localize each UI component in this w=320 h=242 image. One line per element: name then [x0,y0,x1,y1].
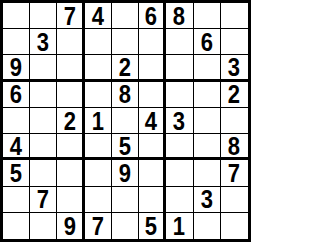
cell-r7c6[interactable] [139,160,166,186]
given-digit: 7 [63,3,75,29]
cell-r8c2[interactable]: 7 [30,187,57,213]
cell-r1c6[interactable]: 6 [139,3,166,29]
cell-r5c7[interactable]: 3 [166,108,193,134]
cell-r5c8[interactable] [194,108,221,134]
cell-r4c1[interactable]: 6 [3,82,30,108]
cell-r8c5[interactable] [112,187,139,213]
cell-r8c9[interactable] [221,187,248,213]
given-digit: 3 [228,55,240,80]
cell-r1c9[interactable] [221,3,248,29]
cell-r6c5[interactable]: 5 [112,134,139,160]
given-digit: 7 [37,187,49,213]
cell-r2c9[interactable] [221,29,248,55]
cell-r3c1[interactable]: 9 [3,55,30,81]
cell-r2c5[interactable] [112,29,139,55]
given-digit: 8 [119,82,131,108]
given-digit: 2 [63,108,75,134]
cell-r4c2[interactable] [30,82,57,108]
cell-r3c3[interactable] [57,55,84,81]
cell-r5c4[interactable]: 1 [85,108,112,134]
cell-r7c7[interactable] [166,160,193,186]
cell-r8c1[interactable] [3,187,30,213]
cell-r7c2[interactable] [30,160,57,186]
cell-r5c6[interactable]: 4 [139,108,166,134]
given-digit: 3 [37,29,49,55]
cell-r1c5[interactable] [112,3,139,29]
cell-r3c7[interactable] [166,55,193,81]
cell-r5c3[interactable]: 2 [57,108,84,134]
cell-r2c7[interactable] [166,29,193,55]
cell-r4c8[interactable] [194,82,221,108]
given-digit: 6 [201,29,213,55]
cell-r3c8[interactable] [194,55,221,81]
cell-r5c1[interactable] [3,108,30,134]
given-digit: 9 [119,160,131,186]
given-digit: 7 [228,160,240,186]
given-digit: 2 [228,82,240,108]
given-digit: 5 [145,213,157,239]
cell-r9c7[interactable]: 1 [166,213,193,239]
cell-r6c4[interactable] [85,134,112,160]
cell-r4c5[interactable]: 8 [112,82,139,108]
cell-r9c6[interactable]: 5 [139,213,166,239]
cell-r7c5[interactable]: 9 [112,160,139,186]
cell-r5c2[interactable] [30,108,57,134]
cell-r6c2[interactable] [30,134,57,160]
cell-r2c2[interactable]: 3 [30,29,57,55]
cell-r9c9[interactable] [221,213,248,239]
given-digit: 4 [145,108,157,134]
cell-r1c1[interactable] [3,3,30,29]
given-digit: 1 [92,108,104,134]
cell-r9c1[interactable] [3,213,30,239]
cell-r4c4[interactable] [85,82,112,108]
cell-r3c2[interactable] [30,55,57,81]
given-digit: 6 [145,3,157,29]
cell-r2c3[interactable] [57,29,84,55]
cell-r2c1[interactable] [3,29,30,55]
cell-r6c8[interactable] [194,134,221,160]
cell-r8c3[interactable] [57,187,84,213]
cell-r3c4[interactable] [85,55,112,81]
cell-r7c8[interactable] [194,160,221,186]
sudoku-board: 7468369236822143458597739751 [0,0,251,242]
given-digit: 8 [173,3,185,29]
cell-r4c7[interactable] [166,82,193,108]
cell-r6c7[interactable] [166,134,193,160]
given-digit: 4 [92,3,104,29]
cell-r9c5[interactable] [112,213,139,239]
cell-r5c5[interactable] [112,108,139,134]
given-digit: 5 [119,134,131,159]
cell-r9c2[interactable] [30,213,57,239]
cell-r6c6[interactable] [139,134,166,160]
cell-r6c3[interactable] [57,134,84,160]
cell-r9c3[interactable]: 9 [57,213,84,239]
cell-r9c8[interactable] [194,213,221,239]
given-digit: 2 [119,55,131,80]
given-digit: 9 [63,213,75,239]
cell-r8c4[interactable] [85,187,112,213]
cell-r5c9[interactable] [221,108,248,134]
cell-r8c7[interactable] [166,187,193,213]
cell-r3c6[interactable] [139,55,166,81]
cell-r9c4[interactable]: 7 [85,213,112,239]
cell-r3c9[interactable]: 3 [221,55,248,81]
cell-r2c4[interactable] [85,29,112,55]
cell-r3c5[interactable]: 2 [112,55,139,81]
given-digit: 8 [228,134,240,159]
given-digit: 3 [201,187,213,213]
cell-r1c7[interactable]: 8 [166,3,193,29]
cell-r7c9[interactable]: 7 [221,160,248,186]
cell-r1c4[interactable]: 4 [85,3,112,29]
cell-r6c9[interactable]: 8 [221,134,248,160]
cell-r7c1[interactable]: 5 [3,160,30,186]
cell-r1c8[interactable] [194,3,221,29]
cell-r1c3[interactable]: 7 [57,3,84,29]
given-digit: 1 [173,213,185,239]
given-digit: 5 [10,160,22,186]
given-digit: 7 [92,213,104,239]
cell-r4c3[interactable] [57,82,84,108]
cell-r1c2[interactable] [30,3,57,29]
cell-r4c6[interactable] [139,82,166,108]
cell-r7c3[interactable] [57,160,84,186]
given-digit: 4 [10,134,22,159]
cell-r8c8[interactable]: 3 [194,187,221,213]
cell-r4c9[interactable]: 2 [221,82,248,108]
cell-r2c8[interactable]: 6 [194,29,221,55]
cell-r8c6[interactable] [139,187,166,213]
sudoku-board-wrapper: 7468369236822143458597739751 [0,0,320,242]
given-digit: 9 [10,55,22,80]
cell-r6c1[interactable]: 4 [3,134,30,160]
given-digit: 3 [173,108,185,134]
cell-r2c6[interactable] [139,29,166,55]
cell-r7c4[interactable] [85,160,112,186]
given-digit: 6 [10,82,22,108]
